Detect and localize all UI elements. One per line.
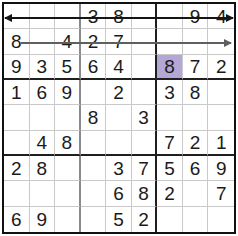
cell-r3c9[interactable]: 2 bbox=[208, 55, 234, 80]
cell-r7c2[interactable]: 8 bbox=[30, 156, 56, 181]
cell-r8c1[interactable] bbox=[4, 181, 30, 206]
cell-r8c3[interactable] bbox=[55, 181, 81, 206]
cell-r4c2[interactable]: 6 bbox=[30, 80, 56, 105]
cell-r4c3[interactable]: 9 bbox=[55, 80, 81, 105]
cell-r3c2[interactable]: 3 bbox=[30, 55, 56, 80]
cell-r4c9[interactable] bbox=[208, 80, 234, 105]
cell-r3c1[interactable]: 9 bbox=[4, 55, 30, 80]
cell-r6c5[interactable] bbox=[106, 131, 132, 156]
cell-r7c6[interactable]: 7 bbox=[132, 156, 158, 181]
cell-r9c8[interactable] bbox=[183, 207, 209, 232]
cell-r6c3[interactable]: 8 bbox=[55, 131, 81, 156]
cell-r5c6[interactable]: 3 bbox=[132, 105, 158, 130]
cell-r9c3[interactable] bbox=[55, 207, 81, 232]
cell-r4c1[interactable]: 1 bbox=[4, 80, 30, 105]
cell-r4c6[interactable] bbox=[132, 80, 158, 105]
cell-r5c2[interactable] bbox=[30, 105, 56, 130]
cell-r4c7[interactable]: 3 bbox=[157, 80, 183, 105]
cell-r7c3[interactable] bbox=[55, 156, 81, 181]
cell-r5c1[interactable] bbox=[4, 105, 30, 130]
cell-r9c2[interactable]: 9 bbox=[30, 207, 56, 232]
cell-r7c7[interactable]: 5 bbox=[157, 156, 183, 181]
cell-r8c7[interactable]: 2 bbox=[157, 181, 183, 206]
cell-r9c6[interactable]: 2 bbox=[132, 207, 158, 232]
cell-r8c6[interactable]: 8 bbox=[132, 181, 158, 206]
cell-r7c5[interactable]: 3 bbox=[106, 156, 132, 181]
cell-r8c8[interactable] bbox=[183, 181, 209, 206]
cell-r3c6[interactable] bbox=[132, 55, 158, 80]
cell-r8c9[interactable]: 7 bbox=[208, 181, 234, 206]
sudoku-screenshot: { "game": "sudoku", "position": "...38..… bbox=[0, 0, 238, 236]
cell-r8c4[interactable] bbox=[81, 181, 107, 206]
arrowhead-right-icon bbox=[224, 39, 232, 47]
cell-r6c2[interactable]: 4 bbox=[30, 131, 56, 156]
cell-r9c7[interactable] bbox=[157, 207, 183, 232]
cell-r6c1[interactable] bbox=[4, 131, 30, 156]
cell-r8c5[interactable]: 6 bbox=[106, 181, 132, 206]
cell-r5c3[interactable] bbox=[55, 105, 81, 130]
arrowhead-right-icon bbox=[226, 14, 234, 22]
arrowhead-left-icon bbox=[4, 14, 12, 22]
cell-r6c7[interactable]: 7 bbox=[157, 131, 183, 156]
cell-r4c8[interactable]: 8 bbox=[183, 80, 209, 105]
cell-r6c8[interactable]: 2 bbox=[183, 131, 209, 156]
cell-r3c4[interactable]: 6 bbox=[81, 55, 107, 80]
cell-r3c7-highlighted[interactable]: 8 bbox=[157, 55, 183, 80]
cell-r9c1[interactable]: 6 bbox=[4, 207, 30, 232]
cell-r9c4[interactable] bbox=[81, 207, 107, 232]
cell-r6c9[interactable]: 1 bbox=[208, 131, 234, 156]
cell-r9c9[interactable] bbox=[208, 207, 234, 232]
cell-r5c9[interactable] bbox=[208, 105, 234, 130]
cell-r7c9[interactable]: 9 bbox=[208, 156, 234, 181]
cell-r3c8[interactable]: 7 bbox=[183, 55, 209, 80]
cell-r3c3[interactable]: 5 bbox=[55, 55, 81, 80]
cell-r4c5[interactable]: 2 bbox=[106, 80, 132, 105]
sudoku-board: 3894842793564872169238834872128375696827… bbox=[2, 2, 236, 234]
cell-r7c8[interactable]: 6 bbox=[183, 156, 209, 181]
cell-r4c4[interactable] bbox=[81, 80, 107, 105]
cell-r7c1[interactable]: 2 bbox=[4, 156, 30, 181]
cell-r8c2[interactable] bbox=[30, 181, 56, 206]
cell-r3c5[interactable]: 4 bbox=[106, 55, 132, 80]
cell-r5c8[interactable] bbox=[183, 105, 209, 130]
cell-r6c4[interactable] bbox=[81, 131, 107, 156]
cell-r5c5[interactable] bbox=[106, 105, 132, 130]
cell-r5c7[interactable] bbox=[157, 105, 183, 130]
row1-scan-arrow bbox=[5, 17, 233, 19]
cell-r9c5[interactable]: 5 bbox=[106, 207, 132, 232]
cell-r7c4[interactable] bbox=[81, 156, 107, 181]
cell-r6c6[interactable] bbox=[132, 131, 158, 156]
cell-r5c4[interactable]: 8 bbox=[81, 105, 107, 130]
row2-scan-arrow bbox=[21, 42, 231, 44]
sudoku-grid: 3894842793564872169238834872128375696827… bbox=[4, 4, 234, 232]
